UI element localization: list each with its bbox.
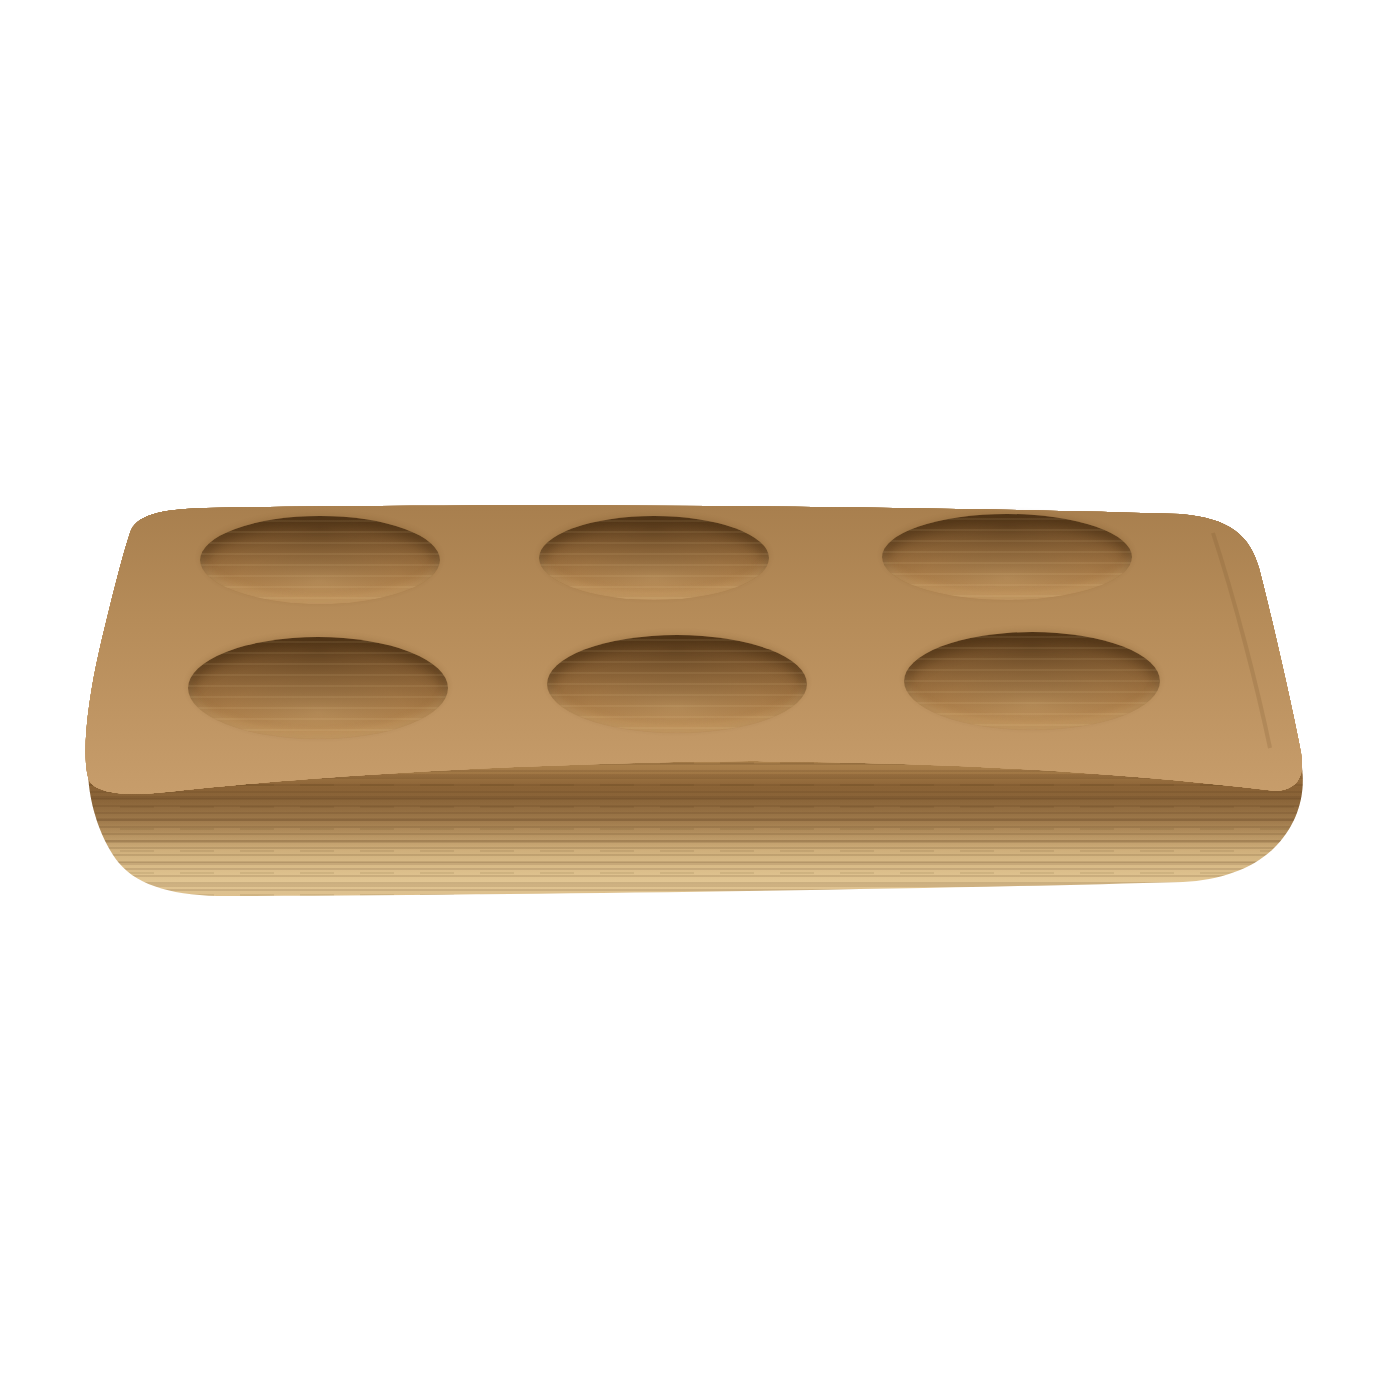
pit-r1c2[interactable] [539, 516, 769, 600]
pit-r2c2[interactable] [547, 635, 807, 733]
pit-grid [0, 0, 1400, 1400]
pit-r2c1[interactable] [188, 637, 448, 739]
pit-r1c1[interactable] [200, 516, 440, 604]
product-photo-stage: Rounded rectangular acacia wood board wi… [0, 0, 1400, 1400]
mancala-board [0, 0, 1400, 1400]
pit-r2c3[interactable] [904, 632, 1160, 730]
pit-r1c3[interactable] [882, 514, 1132, 600]
